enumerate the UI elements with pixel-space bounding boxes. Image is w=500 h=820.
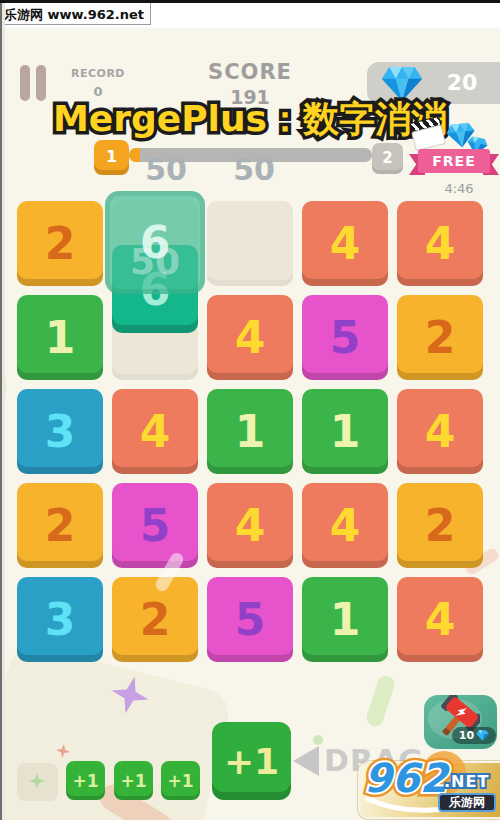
tile-5[interactable]: 5 [207, 577, 293, 662]
logo-cn: 乐游网 [438, 793, 496, 812]
free-ribbon: FREE [418, 149, 490, 173]
star-decoration [107, 672, 153, 718]
drag-tile[interactable]: 6 [112, 245, 198, 333]
hammer-cost: 10 [459, 729, 474, 742]
queue-slot-empty [17, 763, 58, 801]
hammer-cost-pill: 10 [452, 727, 496, 744]
gem-panel[interactable]: 20 [367, 62, 500, 104]
tile-1[interactable]: 1 [302, 389, 388, 474]
tile-2[interactable]: 2 [17, 483, 103, 568]
tile-4[interactable]: 4 [112, 389, 198, 474]
clapperboard-icon [409, 116, 446, 152]
record-label: RECORD [62, 67, 134, 80]
game-screen: 乐游网 www.962.net RECORD 0 SCORE 191 20 Me… [0, 0, 500, 820]
tile-1[interactable]: 1 [207, 389, 293, 474]
record-value: 0 [62, 84, 134, 99]
record-block: RECORD 0 [62, 67, 134, 99]
dot-decoration [313, 735, 323, 745]
top-strip: 乐游网 www.962.net [0, 3, 500, 28]
pause-icon [36, 65, 46, 101]
tile-2[interactable]: 2 [112, 577, 198, 662]
gem-icon [476, 730, 489, 741]
tile-5[interactable]: 5 [302, 295, 388, 380]
pill-decoration [364, 674, 396, 729]
diamond-icon [380, 66, 424, 102]
board: 2441452341142544232514 [17, 201, 483, 662]
segment-target-1: 50 [140, 152, 192, 187]
free-label: FREE [418, 149, 490, 173]
tile-5[interactable]: 5 [112, 483, 198, 568]
tile-1[interactable]: 1 [17, 295, 103, 380]
free-timer: 4:46 [424, 181, 494, 196]
tile-4[interactable]: 4 [397, 389, 483, 474]
level-progress-fill [129, 148, 140, 162]
segment-target-2: 50 [228, 152, 280, 187]
free-reward-button[interactable]: FREE 4:46 [410, 115, 500, 199]
queue-tile-current[interactable]: +1 [212, 722, 291, 800]
tile-2[interactable]: 2 [397, 295, 483, 380]
pause-icon [20, 65, 30, 101]
star-decoration [55, 743, 71, 759]
tile-4[interactable]: 4 [302, 483, 388, 568]
drag-arrow-icon [293, 746, 319, 776]
tile-3[interactable]: 3 [17, 577, 103, 662]
tile-3[interactable]: 3 [17, 389, 103, 474]
tile-4[interactable]: 4 [207, 295, 293, 380]
tile-2[interactable]: 2 [397, 483, 483, 568]
empty-cell [207, 201, 293, 286]
pause-button[interactable] [20, 65, 48, 101]
hammer-booster-button[interactable]: 10 [424, 695, 497, 749]
queue-tile-small: +1 [66, 761, 105, 800]
site-logo: 962 962 962 .NET .NET 乐游网 [360, 763, 500, 817]
level-next-badge: 2 [372, 143, 403, 174]
tile-4[interactable]: 4 [302, 201, 388, 286]
level-current-badge: 1 [94, 140, 129, 175]
queue-tile-small: +1 [161, 761, 200, 800]
tile-4[interactable]: 4 [397, 577, 483, 662]
tile-1[interactable]: 1 [302, 577, 388, 662]
gem-count: 20 [437, 70, 487, 95]
tile-2[interactable]: 2 [17, 201, 103, 286]
tile-4[interactable]: 4 [207, 483, 293, 568]
site-watermark-top: 乐游网 www.962.net [0, 3, 151, 25]
tile-4[interactable]: 4 [397, 201, 483, 286]
screen-left-border-light [2, 3, 5, 820]
queue-tile-small: +1 [114, 761, 153, 800]
